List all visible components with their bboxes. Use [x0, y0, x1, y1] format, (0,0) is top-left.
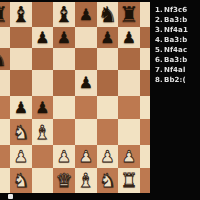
- partial-glyph-mark: [8, 194, 13, 199]
- square-a2[interactable]: [0, 145, 10, 168]
- move-line: 5. Nf4ac: [155, 46, 200, 56]
- square-g2[interactable]: ♟: [118, 145, 140, 168]
- piece-black-pawn-g7[interactable]: ♟: [122, 30, 136, 46]
- move-line: 6. Ba3:b: [155, 56, 200, 66]
- piece-white-knight-b3[interactable]: ♞: [12, 123, 29, 142]
- move-line: 1. Nf3c6: [155, 6, 200, 16]
- square-f1[interactable]: ♞: [97, 168, 118, 193]
- piece-black-knight-f8[interactable]: ♞: [98, 4, 118, 26]
- square-b5[interactable]: [10, 70, 32, 96]
- square-b3[interactable]: ♞: [10, 119, 32, 145]
- square-e5[interactable]: ♟: [75, 70, 97, 96]
- square-e7[interactable]: [75, 27, 97, 48]
- square-h6[interactable]: [140, 48, 150, 70]
- move-text: Ba3:b: [164, 16, 187, 24]
- piece-white-knight-b1[interactable]: ♞: [12, 171, 29, 190]
- square-a1[interactable]: [0, 168, 10, 193]
- piece-white-queen-d1[interactable]: ♛: [55, 171, 72, 190]
- piece-black-bishop-d8[interactable]: ♝: [54, 4, 74, 26]
- square-d8[interactable]: ♝: [53, 2, 75, 27]
- piece-white-bishop-c3[interactable]: ♝: [34, 123, 51, 142]
- move-text: Nf4al: [164, 66, 185, 74]
- piece-white-pawn-f2[interactable]: ♟: [100, 149, 114, 165]
- square-b4[interactable]: ♟: [10, 96, 32, 119]
- square-f7[interactable]: ♟: [97, 27, 118, 48]
- move-list: 1. Nf3c6 2. Ba3:b 3. Nf4a1 4. Ba3:b 5. N…: [150, 0, 200, 86]
- square-d4[interactable]: [53, 96, 75, 119]
- square-h3[interactable]: [140, 119, 150, 145]
- square-h7[interactable]: [140, 27, 150, 48]
- move-text: Nf4a1: [164, 26, 188, 34]
- square-c4[interactable]: ♟: [32, 96, 53, 119]
- chess-board[interactable]: ♜♝♝♟♞♜♟♟♟♟♞♟♟♟♞♝♟♟♟♟♟♞♛♝♞♜: [0, 2, 150, 193]
- square-c1[interactable]: [32, 168, 53, 193]
- move-line: 4. Ba3:b: [155, 36, 200, 46]
- square-c7[interactable]: ♟: [32, 27, 53, 48]
- square-h4[interactable]: [140, 96, 150, 119]
- square-g1[interactable]: ♜: [118, 168, 140, 193]
- piece-white-rook-g1[interactable]: ♜: [120, 171, 137, 190]
- square-f6[interactable]: [97, 48, 118, 70]
- square-b6[interactable]: [10, 48, 32, 70]
- piece-black-pawn-d7[interactable]: ♟: [57, 30, 71, 46]
- square-g8[interactable]: ♜: [118, 2, 140, 27]
- piece-black-pawn-c7[interactable]: ♟: [35, 30, 49, 46]
- square-c6[interactable]: [32, 48, 53, 70]
- square-f2[interactable]: ♟: [97, 145, 118, 168]
- square-e4[interactable]: [75, 96, 97, 119]
- move-text: Ba3:b: [164, 56, 187, 64]
- square-g3[interactable]: [118, 119, 140, 145]
- bottom-border: [0, 193, 150, 200]
- square-f8[interactable]: ♞: [97, 2, 118, 27]
- square-h1[interactable]: [140, 168, 150, 193]
- piece-white-pawn-e2[interactable]: ♟: [79, 149, 93, 165]
- piece-white-bishop-e1[interactable]: ♝: [77, 171, 94, 190]
- square-e3[interactable]: [75, 119, 97, 145]
- piece-black-knight-a6[interactable]: ♞: [0, 50, 7, 69]
- square-a7[interactable]: [0, 27, 10, 48]
- square-c3[interactable]: ♝: [32, 119, 53, 145]
- move-number: 4.: [155, 36, 164, 44]
- square-f5[interactable]: [97, 70, 118, 96]
- square-f4[interactable]: [97, 96, 118, 119]
- square-c8[interactable]: [32, 2, 53, 27]
- square-b8[interactable]: ♝: [10, 2, 32, 27]
- square-d2[interactable]: ♟: [53, 145, 75, 168]
- move-line: 8. Bb2:(: [155, 76, 200, 86]
- square-c5[interactable]: [32, 70, 53, 96]
- piece-black-pawn-b4[interactable]: ♟: [14, 100, 28, 116]
- square-h8[interactable]: [140, 2, 150, 27]
- move-text: Bb2:(: [164, 76, 186, 84]
- square-h5[interactable]: [140, 70, 150, 96]
- square-g5[interactable]: [118, 70, 140, 96]
- piece-white-pawn-b2[interactable]: ♟: [14, 149, 28, 165]
- square-a3[interactable]: [0, 119, 10, 145]
- move-number: 6.: [155, 56, 164, 64]
- move-text: Nf4ac: [164, 46, 187, 54]
- move-number: 5.: [155, 46, 164, 54]
- move-number: 2.: [155, 16, 164, 24]
- piece-white-knight-f1[interactable]: ♞: [99, 171, 116, 190]
- square-a8[interactable]: ♜: [0, 2, 10, 27]
- square-c2[interactable]: [32, 145, 53, 168]
- square-d7[interactable]: ♟: [53, 27, 75, 48]
- square-a4[interactable]: [0, 96, 10, 119]
- square-e1[interactable]: ♝: [75, 168, 97, 193]
- piece-white-pawn-g2[interactable]: ♟: [122, 149, 136, 165]
- move-list-panel: 1. Nf3c6 2. Ba3:b 3. Nf4a1 4. Ba3:b 5. N…: [150, 0, 200, 200]
- square-d3[interactable]: [53, 119, 75, 145]
- square-a5[interactable]: [0, 70, 10, 96]
- square-d6[interactable]: [53, 48, 75, 70]
- square-a6[interactable]: ♞: [0, 48, 10, 70]
- move-line: 2. Ba3:b: [155, 16, 200, 26]
- square-g6[interactable]: [118, 48, 140, 70]
- piece-black-pawn-e5[interactable]: ♟: [79, 75, 93, 91]
- piece-black-rook-a8[interactable]: ♜: [0, 4, 8, 26]
- piece-black-pawn-c4[interactable]: ♟: [35, 100, 49, 116]
- square-e6[interactable]: [75, 48, 97, 70]
- move-number: 7.: [155, 66, 164, 74]
- move-line: 3. Nf4a1: [155, 26, 200, 36]
- square-h2[interactable]: [140, 145, 150, 168]
- chess-board-area: ♜♝♝♟♞♜♟♟♟♟♞♟♟♟♞♝♟♟♟♟♟♞♛♝♞♜: [0, 0, 150, 200]
- square-b7[interactable]: [10, 27, 32, 48]
- square-g7[interactable]: ♟: [118, 27, 140, 48]
- piece-black-pawn-e8[interactable]: ♟: [79, 7, 93, 23]
- square-b1[interactable]: ♞: [10, 168, 32, 193]
- move-number: 3.: [155, 26, 164, 34]
- move-text: Ba3:b: [164, 36, 187, 44]
- square-f3[interactable]: [97, 119, 118, 145]
- piece-white-pawn-d2[interactable]: ♟: [57, 149, 71, 165]
- piece-black-bishop-b8[interactable]: ♝: [11, 4, 31, 26]
- square-e8[interactable]: ♟: [75, 2, 97, 27]
- square-b2[interactable]: ♟: [10, 145, 32, 168]
- square-d5[interactable]: [53, 70, 75, 96]
- piece-black-pawn-f7[interactable]: ♟: [100, 30, 114, 46]
- move-number: 8.: [155, 76, 164, 84]
- square-d1[interactable]: ♛: [53, 168, 75, 193]
- move-text: Nf3c6: [164, 6, 187, 14]
- move-number: 1.: [155, 6, 164, 14]
- square-g4[interactable]: [118, 96, 140, 119]
- move-line: 7. Nf4al: [155, 66, 200, 76]
- chess-app-screen: ♜♝♝♟♞♜♟♟♟♟♞♟♟♟♞♝♟♟♟♟♟♞♛♝♞♜ 1. Nf3c6 2. B…: [0, 0, 200, 200]
- square-e2[interactable]: ♟: [75, 145, 97, 168]
- piece-black-rook-g8[interactable]: ♜: [119, 4, 139, 26]
